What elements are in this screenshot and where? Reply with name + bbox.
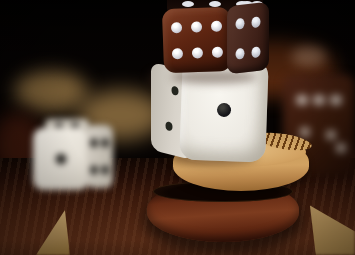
die-pip: [166, 121, 173, 132]
die-pip: [90, 165, 98, 175]
die-pip: [252, 46, 261, 58]
die-front-face-six: [162, 7, 232, 73]
die-pip: [330, 95, 341, 104]
die-pip: [182, 1, 194, 7]
die-pip: [314, 96, 325, 105]
die-pip: [170, 22, 181, 33]
backgammon-still-life-photo: [0, 0, 355, 255]
die-pip: [56, 154, 67, 165]
die-pip: [209, 1, 221, 7]
die-right-face-four: [86, 125, 113, 188]
blurred-checker-blob: [14, 70, 88, 112]
die-pip: [55, 122, 64, 127]
die-pip: [191, 22, 202, 33]
die-pip: [301, 128, 310, 136]
die-pip: [211, 21, 222, 32]
die-pip: [101, 165, 109, 175]
die-right-pips: [321, 126, 351, 156]
brown-die: [157, 0, 269, 82]
die-pip: [90, 138, 98, 148]
die-pip: [217, 103, 231, 117]
die-top-pips: [289, 92, 349, 108]
die-pip: [171, 85, 178, 96]
die-pip: [212, 46, 223, 57]
die-pip: [70, 122, 79, 127]
die-pip: [171, 48, 182, 59]
die-pip: [297, 96, 308, 105]
die-pip: [252, 16, 261, 28]
die-pip: [326, 131, 335, 139]
die-pip: [235, 48, 244, 60]
die-pip: [192, 47, 203, 58]
die-front-face-one: [33, 128, 89, 190]
blurred-highlight-blob: [292, 46, 326, 66]
die-right-face-four: [227, 2, 269, 74]
die-pip: [337, 144, 346, 152]
background-white-die: [33, 122, 113, 194]
die-pip: [235, 18, 244, 30]
die-pip: [101, 138, 109, 148]
